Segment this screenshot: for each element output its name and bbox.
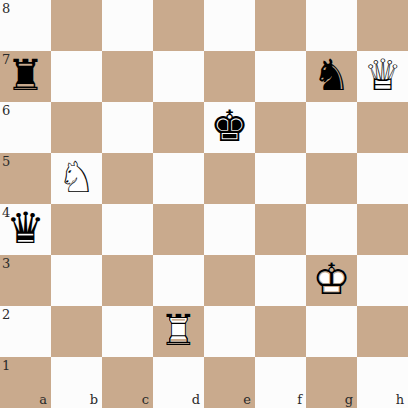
square-c1[interactable]: c: [102, 357, 153, 408]
square-c3[interactable]: [102, 255, 153, 306]
square-d2[interactable]: ♜♖: [153, 306, 204, 357]
square-a3[interactable]: 3: [0, 255, 51, 306]
square-b2[interactable]: [51, 306, 102, 357]
square-h8[interactable]: [357, 0, 408, 51]
square-h4[interactable]: [357, 204, 408, 255]
piece-white-rook-d2[interactable]: ♜♖: [153, 306, 204, 357]
square-h6[interactable]: [357, 102, 408, 153]
square-g3[interactable]: ♚♔: [306, 255, 357, 306]
square-d1[interactable]: d: [153, 357, 204, 408]
square-f5[interactable]: [255, 153, 306, 204]
square-a8[interactable]: 8: [0, 0, 51, 51]
square-g1[interactable]: g: [306, 357, 357, 408]
rank-label-1: 1: [2, 359, 10, 372]
square-a4[interactable]: 4♛: [0, 204, 51, 255]
rank-label-3: 3: [2, 257, 10, 270]
square-b4[interactable]: [51, 204, 102, 255]
square-g4[interactable]: [306, 204, 357, 255]
rank-label-4: 4: [2, 206, 10, 219]
file-label-h: h: [396, 393, 404, 406]
white-rook-icon: ♖: [153, 306, 204, 357]
square-h5[interactable]: [357, 153, 408, 204]
square-h3[interactable]: [357, 255, 408, 306]
square-a1[interactable]: 1a: [0, 357, 51, 408]
square-e5[interactable]: [204, 153, 255, 204]
file-label-b: b: [90, 393, 98, 406]
chess-board: 87♜♞♛♕6♚5♞♘4♛3♚♔2♜♖1abcdefgh: [0, 0, 408, 408]
piece-black-king-e6[interactable]: ♚: [204, 102, 255, 153]
square-f6[interactable]: [255, 102, 306, 153]
square-b3[interactable]: [51, 255, 102, 306]
square-e2[interactable]: [204, 306, 255, 357]
square-d8[interactable]: [153, 0, 204, 51]
piece-black-knight-g7[interactable]: ♞: [306, 51, 357, 102]
square-e3[interactable]: [204, 255, 255, 306]
square-f3[interactable]: [255, 255, 306, 306]
square-f2[interactable]: [255, 306, 306, 357]
square-g7[interactable]: ♞: [306, 51, 357, 102]
rank-label-8: 8: [2, 2, 10, 15]
square-e4[interactable]: [204, 204, 255, 255]
rank-label-5: 5: [2, 155, 10, 168]
white-king-icon: ♔: [306, 255, 357, 306]
square-g2[interactable]: [306, 306, 357, 357]
square-f4[interactable]: [255, 204, 306, 255]
square-c5[interactable]: [102, 153, 153, 204]
file-label-a: a: [39, 393, 47, 406]
square-b7[interactable]: [51, 51, 102, 102]
square-c4[interactable]: [102, 204, 153, 255]
white-knight-icon: ♘: [51, 153, 102, 204]
square-b5[interactable]: ♞♘: [51, 153, 102, 204]
rank-label-6: 6: [2, 104, 10, 117]
square-f8[interactable]: [255, 0, 306, 51]
square-c8[interactable]: [102, 0, 153, 51]
piece-white-queen-h7[interactable]: ♛♕: [357, 51, 408, 102]
square-a2[interactable]: 2: [0, 306, 51, 357]
square-g8[interactable]: [306, 0, 357, 51]
square-e6[interactable]: ♚: [204, 102, 255, 153]
black-knight-icon: ♞: [306, 51, 357, 102]
square-a6[interactable]: 6: [0, 102, 51, 153]
square-b6[interactable]: [51, 102, 102, 153]
square-d5[interactable]: [153, 153, 204, 204]
square-c6[interactable]: [102, 102, 153, 153]
square-b1[interactable]: b: [51, 357, 102, 408]
file-label-c: c: [142, 393, 149, 406]
file-label-e: e: [243, 393, 251, 406]
square-c2[interactable]: [102, 306, 153, 357]
square-h1[interactable]: h: [357, 357, 408, 408]
square-d3[interactable]: [153, 255, 204, 306]
file-label-f: f: [297, 393, 302, 406]
square-h2[interactable]: [357, 306, 408, 357]
square-d7[interactable]: [153, 51, 204, 102]
square-e7[interactable]: [204, 51, 255, 102]
file-label-d: d: [192, 393, 200, 406]
square-g6[interactable]: [306, 102, 357, 153]
file-label-g: g: [345, 393, 353, 406]
rank-label-7: 7: [2, 53, 10, 66]
rank-label-2: 2: [2, 308, 10, 321]
square-e1[interactable]: e: [204, 357, 255, 408]
square-e8[interactable]: [204, 0, 255, 51]
piece-white-knight-b5[interactable]: ♞♘: [51, 153, 102, 204]
square-d6[interactable]: [153, 102, 204, 153]
square-g5[interactable]: [306, 153, 357, 204]
square-f1[interactable]: f: [255, 357, 306, 408]
square-b8[interactable]: [51, 0, 102, 51]
square-f7[interactable]: [255, 51, 306, 102]
square-a7[interactable]: 7♜: [0, 51, 51, 102]
chess-board-container: 87♜♞♛♕6♚5♞♘4♛3♚♔2♜♖1abcdefgh: [0, 0, 408, 408]
white-queen-icon: ♕: [357, 51, 408, 102]
square-a5[interactable]: 5: [0, 153, 51, 204]
square-d4[interactable]: [153, 204, 204, 255]
piece-white-king-g3[interactable]: ♚♔: [306, 255, 357, 306]
square-c7[interactable]: [102, 51, 153, 102]
black-king-icon: ♚: [204, 102, 255, 153]
square-h7[interactable]: ♛♕: [357, 51, 408, 102]
